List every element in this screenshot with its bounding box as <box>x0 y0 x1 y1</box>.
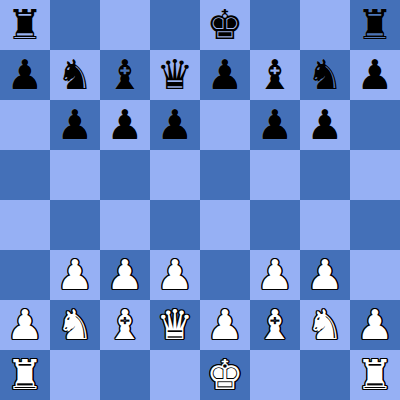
piece-black-pawn[interactable]: ♟ <box>7 50 44 100</box>
piece-black-rook[interactable]: ♜ <box>7 0 44 50</box>
piece-white-pawn[interactable]: ♟ <box>157 250 194 300</box>
piece-black-knight[interactable]: ♞ <box>57 50 94 100</box>
piece-black-pawn[interactable]: ♟ <box>357 50 394 100</box>
square-b8[interactable] <box>50 0 100 50</box>
piece-black-rook[interactable]: ♜ <box>357 0 394 50</box>
square-a4[interactable] <box>0 200 50 250</box>
square-b7[interactable]: ♞ <box>50 50 100 100</box>
square-h5[interactable] <box>350 150 400 200</box>
piece-white-knight[interactable]: ♞ <box>307 300 344 350</box>
square-e8[interactable]: ♚ <box>200 0 250 50</box>
square-c3[interactable]: ♟ <box>100 250 150 300</box>
square-d5[interactable] <box>150 150 200 200</box>
square-b1[interactable] <box>50 350 100 400</box>
piece-black-bishop[interactable]: ♝ <box>107 50 144 100</box>
piece-black-pawn[interactable]: ♟ <box>157 100 194 150</box>
square-e2[interactable]: ♟ <box>200 300 250 350</box>
piece-black-pawn[interactable]: ♟ <box>257 100 294 150</box>
square-g8[interactable] <box>300 0 350 50</box>
square-f8[interactable] <box>250 0 300 50</box>
square-a3[interactable] <box>0 250 50 300</box>
square-h7[interactable]: ♟ <box>350 50 400 100</box>
square-c5[interactable] <box>100 150 150 200</box>
square-g5[interactable] <box>300 150 350 200</box>
piece-white-bishop[interactable]: ♝ <box>257 300 294 350</box>
square-h4[interactable] <box>350 200 400 250</box>
square-g2[interactable]: ♞ <box>300 300 350 350</box>
piece-white-bishop[interactable]: ♝ <box>107 300 144 350</box>
square-e7[interactable]: ♟ <box>200 50 250 100</box>
square-f4[interactable] <box>250 200 300 250</box>
square-c2[interactable]: ♝ <box>100 300 150 350</box>
piece-black-pawn[interactable]: ♟ <box>307 100 344 150</box>
piece-black-queen[interactable]: ♛ <box>157 50 194 100</box>
piece-white-pawn[interactable]: ♟ <box>7 300 44 350</box>
piece-white-pawn[interactable]: ♟ <box>357 300 394 350</box>
piece-white-pawn[interactable]: ♟ <box>257 250 294 300</box>
square-f1[interactable] <box>250 350 300 400</box>
piece-white-queen[interactable]: ♛ <box>157 300 194 350</box>
piece-white-pawn[interactable]: ♟ <box>307 250 344 300</box>
square-e1[interactable]: ♚ <box>200 350 250 400</box>
square-g4[interactable] <box>300 200 350 250</box>
square-a6[interactable] <box>0 100 50 150</box>
square-f6[interactable]: ♟ <box>250 100 300 150</box>
square-a2[interactable]: ♟ <box>0 300 50 350</box>
square-a1[interactable]: ♜ <box>0 350 50 400</box>
square-a7[interactable]: ♟ <box>0 50 50 100</box>
square-f5[interactable] <box>250 150 300 200</box>
square-c8[interactable] <box>100 0 150 50</box>
square-d1[interactable] <box>150 350 200 400</box>
square-a8[interactable]: ♜ <box>0 0 50 50</box>
square-h1[interactable]: ♜ <box>350 350 400 400</box>
square-b4[interactable] <box>50 200 100 250</box>
square-e3[interactable] <box>200 250 250 300</box>
square-e6[interactable] <box>200 100 250 150</box>
piece-white-pawn[interactable]: ♟ <box>57 250 94 300</box>
piece-black-pawn[interactable]: ♟ <box>57 100 94 150</box>
piece-white-pawn[interactable]: ♟ <box>107 250 144 300</box>
square-d6[interactable]: ♟ <box>150 100 200 150</box>
square-g1[interactable] <box>300 350 350 400</box>
piece-white-rook[interactable]: ♜ <box>7 350 44 400</box>
square-b3[interactable]: ♟ <box>50 250 100 300</box>
square-c7[interactable]: ♝ <box>100 50 150 100</box>
square-e4[interactable] <box>200 200 250 250</box>
piece-white-rook[interactable]: ♜ <box>357 350 394 400</box>
piece-black-knight[interactable]: ♞ <box>307 50 344 100</box>
square-f2[interactable]: ♝ <box>250 300 300 350</box>
square-h6[interactable] <box>350 100 400 150</box>
square-d8[interactable] <box>150 0 200 50</box>
square-h3[interactable] <box>350 250 400 300</box>
square-g7[interactable]: ♞ <box>300 50 350 100</box>
piece-black-pawn[interactable]: ♟ <box>207 50 244 100</box>
piece-black-bishop[interactable]: ♝ <box>257 50 294 100</box>
square-g6[interactable]: ♟ <box>300 100 350 150</box>
square-c4[interactable] <box>100 200 150 250</box>
square-g3[interactable]: ♟ <box>300 250 350 300</box>
piece-black-king[interactable]: ♚ <box>207 0 244 50</box>
piece-black-pawn[interactable]: ♟ <box>107 100 144 150</box>
square-f3[interactable]: ♟ <box>250 250 300 300</box>
square-h2[interactable]: ♟ <box>350 300 400 350</box>
square-e5[interactable] <box>200 150 250 200</box>
square-d4[interactable] <box>150 200 200 250</box>
chess-board: ♜♚♜♟♞♝♛♟♝♞♟♟♟♟♟♟♟♟♟♟♟♟♞♝♛♟♝♞♟♜♚♜ <box>0 0 400 400</box>
square-a5[interactable] <box>0 150 50 200</box>
square-d3[interactable]: ♟ <box>150 250 200 300</box>
square-f7[interactable]: ♝ <box>250 50 300 100</box>
square-c1[interactable] <box>100 350 150 400</box>
square-c6[interactable]: ♟ <box>100 100 150 150</box>
piece-white-pawn[interactable]: ♟ <box>207 300 244 350</box>
piece-white-knight[interactable]: ♞ <box>57 300 94 350</box>
square-d2[interactable]: ♛ <box>150 300 200 350</box>
square-d7[interactable]: ♛ <box>150 50 200 100</box>
square-b5[interactable] <box>50 150 100 200</box>
piece-white-king[interactable]: ♚ <box>207 350 244 400</box>
square-b2[interactable]: ♞ <box>50 300 100 350</box>
square-h8[interactable]: ♜ <box>350 0 400 50</box>
square-b6[interactable]: ♟ <box>50 100 100 150</box>
